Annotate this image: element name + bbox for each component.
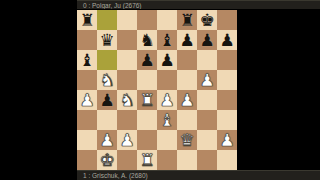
chess-board[interactable]: ♜♜♚♛♞♝♟♟♟♝♟♟♞♟♟♟♞♜♟♟♝♟♟♛♟♚♜: [77, 10, 237, 170]
square-d4[interactable]: ♜: [137, 90, 157, 110]
piece-white-rook[interactable]: ♜: [137, 90, 157, 110]
square-e2[interactable]: [157, 130, 177, 150]
square-c2[interactable]: ♟: [117, 130, 137, 150]
square-a2[interactable]: [77, 130, 97, 150]
video-frame: 0 : Polgar, Ju (2676) ♜♜♚♛♞♝♟♟♟♝♟♟♞♟♟♟♞♜…: [0, 0, 320, 180]
square-g4[interactable]: [197, 90, 217, 110]
piece-white-pawn[interactable]: ♟: [217, 130, 237, 150]
square-c8[interactable]: [117, 10, 137, 30]
piece-black-pawn[interactable]: ♟: [97, 90, 117, 110]
square-h6[interactable]: [217, 50, 237, 70]
square-g6[interactable]: [197, 50, 217, 70]
square-b7[interactable]: ♛: [97, 30, 117, 50]
square-f5[interactable]: [177, 70, 197, 90]
square-a4[interactable]: ♟: [77, 90, 97, 110]
square-g8[interactable]: ♚: [197, 10, 217, 30]
square-d6[interactable]: ♟: [137, 50, 157, 70]
piece-black-pawn[interactable]: ♟: [137, 50, 157, 70]
square-a5[interactable]: [77, 70, 97, 90]
piece-white-pawn[interactable]: ♟: [117, 130, 137, 150]
piece-white-rook[interactable]: ♜: [137, 150, 157, 170]
square-e4[interactable]: ♟: [157, 90, 177, 110]
square-f2[interactable]: ♛: [177, 130, 197, 150]
square-d2[interactable]: [137, 130, 157, 150]
piece-black-queen[interactable]: ♛: [97, 30, 117, 50]
square-c7[interactable]: [117, 30, 137, 50]
piece-white-pawn[interactable]: ♟: [77, 90, 97, 110]
square-b3[interactable]: [97, 110, 117, 130]
piece-black-bishop[interactable]: ♝: [157, 30, 177, 50]
square-b6[interactable]: [97, 50, 117, 70]
square-f3[interactable]: [177, 110, 197, 130]
piece-black-pawn[interactable]: ♟: [197, 30, 217, 50]
piece-white-queen[interactable]: ♛: [177, 130, 197, 150]
square-h1[interactable]: [217, 150, 237, 170]
square-b8[interactable]: [97, 10, 117, 30]
square-g3[interactable]: [197, 110, 217, 130]
piece-black-knight[interactable]: ♞: [137, 30, 157, 50]
square-b2[interactable]: ♟: [97, 130, 117, 150]
square-c3[interactable]: [117, 110, 137, 130]
square-h5[interactable]: [217, 70, 237, 90]
square-e1[interactable]: [157, 150, 177, 170]
square-a8[interactable]: ♜: [77, 10, 97, 30]
square-a1[interactable]: [77, 150, 97, 170]
piece-white-knight[interactable]: ♞: [117, 90, 137, 110]
square-f7[interactable]: ♟: [177, 30, 197, 50]
square-f1[interactable]: [177, 150, 197, 170]
piece-black-rook[interactable]: ♜: [177, 10, 197, 30]
square-c4[interactable]: ♞: [117, 90, 137, 110]
piece-black-pawn[interactable]: ♟: [157, 50, 177, 70]
square-c6[interactable]: [117, 50, 137, 70]
bottom-player-bar: 1 : Grischuk, A. (2680): [77, 170, 320, 180]
square-b4[interactable]: ♟: [97, 90, 117, 110]
square-g7[interactable]: ♟: [197, 30, 217, 50]
square-g1[interactable]: [197, 150, 217, 170]
square-b1[interactable]: ♚: [97, 150, 117, 170]
square-e8[interactable]: [157, 10, 177, 30]
square-e7[interactable]: ♝: [157, 30, 177, 50]
piece-black-king[interactable]: ♚: [197, 10, 217, 30]
square-h2[interactable]: ♟: [217, 130, 237, 150]
piece-white-pawn[interactable]: ♟: [157, 90, 177, 110]
square-g2[interactable]: [197, 130, 217, 150]
piece-white-pawn[interactable]: ♟: [197, 70, 217, 90]
square-c5[interactable]: [117, 70, 137, 90]
piece-white-king[interactable]: ♚: [97, 150, 117, 170]
square-e6[interactable]: ♟: [157, 50, 177, 70]
square-d3[interactable]: [137, 110, 157, 130]
piece-white-knight[interactable]: ♞: [97, 70, 117, 90]
square-d5[interactable]: [137, 70, 157, 90]
top-player-bar: 0 : Polgar, Ju (2676): [77, 0, 320, 9]
square-b5[interactable]: ♞: [97, 70, 117, 90]
square-h7[interactable]: ♟: [217, 30, 237, 50]
square-d7[interactable]: ♞: [137, 30, 157, 50]
bottom-player-label: 1 : Grischuk, A. (2680): [83, 172, 148, 179]
square-c1[interactable]: [117, 150, 137, 170]
square-e3[interactable]: ♝: [157, 110, 177, 130]
piece-black-bishop[interactable]: ♝: [77, 50, 97, 70]
square-f8[interactable]: ♜: [177, 10, 197, 30]
square-e5[interactable]: [157, 70, 177, 90]
piece-white-pawn[interactable]: ♟: [177, 90, 197, 110]
square-h4[interactable]: [217, 90, 237, 110]
square-g5[interactable]: ♟: [197, 70, 217, 90]
top-player-label: 0 : Polgar, Ju (2676): [83, 2, 142, 9]
square-h3[interactable]: [217, 110, 237, 130]
square-a7[interactable]: [77, 30, 97, 50]
square-d1[interactable]: ♜: [137, 150, 157, 170]
square-h8[interactable]: [217, 10, 237, 30]
piece-white-pawn[interactable]: ♟: [97, 130, 117, 150]
piece-black-rook[interactable]: ♜: [77, 10, 97, 30]
square-a6[interactable]: ♝: [77, 50, 97, 70]
piece-black-pawn[interactable]: ♟: [177, 30, 197, 50]
piece-white-bishop[interactable]: ♝: [157, 110, 177, 130]
square-a3[interactable]: [77, 110, 97, 130]
square-f6[interactable]: [177, 50, 197, 70]
square-d8[interactable]: [137, 10, 157, 30]
piece-black-pawn[interactable]: ♟: [217, 30, 237, 50]
square-f4[interactable]: ♟: [177, 90, 197, 110]
